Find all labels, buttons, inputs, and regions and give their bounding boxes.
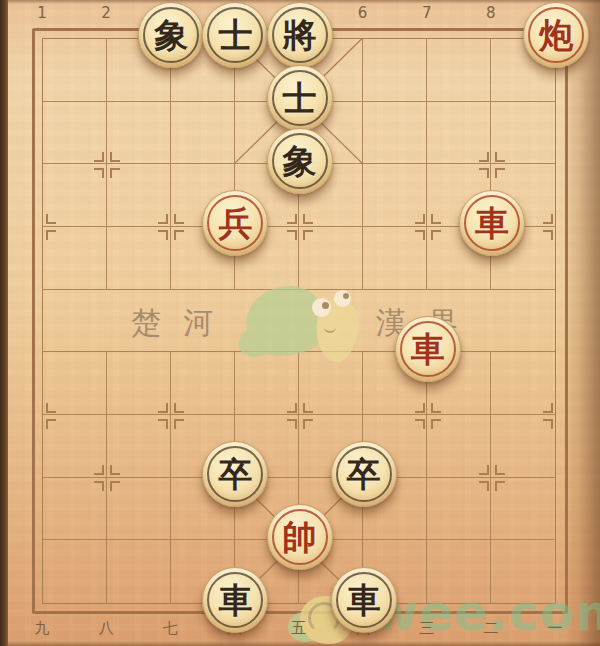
grid-cell [491,415,555,478]
piece-red-chariot[interactable]: 車 [459,190,525,256]
piece-glyph: 象 [139,3,203,67]
file-label-bottom-3: 七 [159,619,181,638]
grid-cell [43,478,107,541]
grid-cell [363,39,427,102]
grid-cell [107,227,171,290]
grid-cell [107,352,171,415]
piece-red-soldier[interactable]: 兵 [202,190,268,256]
board-right-edge [564,0,600,646]
grid-cell [43,39,107,102]
file-label-bottom-9: 一 [544,619,566,638]
piece-glyph: 兵 [203,191,267,255]
river-label-chu-he: 楚河 [131,303,235,344]
grid-cell [107,540,171,603]
piece-glyph: 車 [203,568,267,632]
grid-cell [491,102,555,165]
file-label-bottom-1: 九 [31,619,53,638]
piece-glyph: 帥 [268,505,332,569]
file-label-bottom-8: 二 [480,619,502,638]
grid-cell [427,102,491,165]
grid-cell [427,39,491,102]
grid-cell [43,415,107,478]
file-label-bottom-5: 五 [288,619,310,638]
grid-cell [299,352,363,415]
grid-cell [235,352,299,415]
grid-cell [363,227,427,290]
grid-cell [43,540,107,603]
grid-cell [43,290,107,353]
piece-black-elephant[interactable]: 象 [267,128,333,194]
grid-cell [299,290,363,353]
piece-glyph: 卒 [203,442,267,506]
grid-cell [43,102,107,165]
board-left-edge [0,0,8,646]
grid-cell [107,164,171,227]
piece-red-cannon[interactable]: 炮 [523,2,589,68]
piece-glyph: 車 [460,191,524,255]
piece-glyph: 象 [268,129,332,193]
grid-cell [43,164,107,227]
file-label-top-6: 6 [352,4,374,22]
grid-cell [363,102,427,165]
piece-black-general[interactable]: 將 [267,2,333,68]
piece-glyph: 車 [332,568,396,632]
grid-cell [363,164,427,227]
piece-glyph: 車 [396,317,460,381]
grid-cell [43,227,107,290]
piece-black-soldier[interactable]: 卒 [202,441,268,507]
file-label-top-8: 8 [480,4,502,22]
piece-glyph: 將 [268,3,332,67]
piece-black-chariot[interactable]: 車 [331,567,397,633]
grid-cell [427,478,491,541]
grid-cell [107,415,171,478]
grid-cell [43,352,107,415]
piece-black-soldier[interactable]: 卒 [331,441,397,507]
piece-glyph: 士 [203,3,267,67]
piece-red-chariot[interactable]: 車 [395,316,461,382]
piece-black-chariot[interactable]: 車 [202,567,268,633]
grid-cell [491,290,555,353]
piece-black-advisor[interactable]: 士 [267,65,333,131]
piece-black-elephant[interactable]: 象 [138,2,204,68]
grid-cell [299,227,363,290]
xiangqi-board: 123456789 九八七六五四三二一 楚河 漢界 wee.com 象士將炮士象… [0,0,600,646]
piece-glyph: 士 [268,66,332,130]
file-label-top-7: 7 [416,4,438,22]
file-label-bottom-2: 八 [95,619,117,638]
piece-black-advisor[interactable]: 士 [202,2,268,68]
grid-cell [107,102,171,165]
grid-cell [107,478,171,541]
grid-cell [491,352,555,415]
file-label-top-2: 2 [95,4,117,22]
grid-cell [235,290,299,353]
grid-cell [171,352,235,415]
file-label-top-1: 1 [31,4,53,22]
grid-cell [491,478,555,541]
piece-red-general[interactable]: 帥 [267,504,333,570]
piece-glyph: 炮 [524,3,588,67]
file-label-bottom-7: 三 [416,619,438,638]
grid-cell [427,415,491,478]
piece-glyph: 卒 [332,442,396,506]
grid-cell [171,102,235,165]
